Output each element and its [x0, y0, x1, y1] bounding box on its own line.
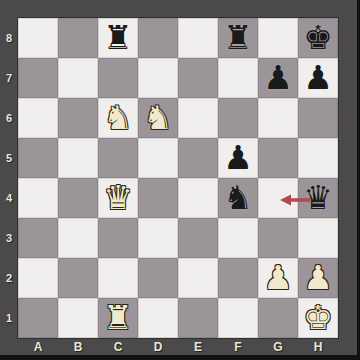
square-a3[interactable] — [18, 218, 58, 258]
white-knight[interactable]: ♞ — [138, 98, 178, 138]
white-king[interactable]: ♚ — [298, 298, 338, 338]
square-b6[interactable] — [58, 98, 98, 138]
square-f3[interactable] — [218, 218, 258, 258]
square-c4[interactable]: ♛ — [98, 178, 138, 218]
square-a5[interactable] — [18, 138, 58, 178]
file-label-g: G — [258, 338, 298, 355]
square-g4[interactable] — [258, 178, 298, 218]
square-g3[interactable] — [258, 218, 298, 258]
rank-label-1: 1 — [0, 298, 18, 338]
square-e8[interactable] — [178, 18, 218, 58]
square-b4[interactable] — [58, 178, 98, 218]
black-pawn[interactable]: ♟ — [298, 58, 338, 98]
square-c2[interactable] — [98, 258, 138, 298]
white-rook[interactable]: ♜ — [98, 298, 138, 338]
square-d1[interactable] — [138, 298, 178, 338]
square-b1[interactable] — [58, 298, 98, 338]
square-g7[interactable]: ♟ — [258, 58, 298, 98]
file-label-e: E — [178, 338, 218, 355]
square-d6[interactable]: ♞ — [138, 98, 178, 138]
black-knight[interactable]: ♞ — [218, 178, 258, 218]
white-knight[interactable]: ♞ — [98, 98, 138, 138]
square-e4[interactable] — [178, 178, 218, 218]
board-frame: 87654321 ABCDEFGH ♜♜♚♟♟♞♞♟♛♞♛♟♟♜♚ — [0, 0, 360, 360]
square-f6[interactable] — [218, 98, 258, 138]
square-h8[interactable]: ♚ — [298, 18, 338, 58]
square-g2[interactable]: ♟ — [258, 258, 298, 298]
square-a2[interactable] — [18, 258, 58, 298]
square-d5[interactable] — [138, 138, 178, 178]
square-b5[interactable] — [58, 138, 98, 178]
file-label-b: B — [58, 338, 98, 355]
file-label-d: D — [138, 338, 178, 355]
square-c1[interactable]: ♜ — [98, 298, 138, 338]
black-rook[interactable]: ♜ — [218, 18, 258, 58]
square-g1[interactable] — [258, 298, 298, 338]
white-pawn[interactable]: ♟ — [258, 258, 298, 298]
square-h2[interactable]: ♟ — [298, 258, 338, 298]
square-f2[interactable] — [218, 258, 258, 298]
file-label-f: F — [218, 338, 258, 355]
rank-label-4: 4 — [0, 178, 18, 218]
square-a7[interactable] — [18, 58, 58, 98]
black-pawn[interactable]: ♟ — [258, 58, 298, 98]
chess-app: 87654321 ABCDEFGH ♜♜♚♟♟♞♞♟♛♞♛♟♟♜♚ — [0, 0, 360, 360]
rank-label-5: 5 — [0, 138, 18, 178]
square-h3[interactable] — [298, 218, 338, 258]
square-e2[interactable] — [178, 258, 218, 298]
square-f8[interactable]: ♜ — [218, 18, 258, 58]
rank-label-7: 7 — [0, 58, 18, 98]
square-f4[interactable]: ♞ — [218, 178, 258, 218]
square-g8[interactable] — [258, 18, 298, 58]
square-b7[interactable] — [58, 58, 98, 98]
square-a1[interactable] — [18, 298, 58, 338]
square-g5[interactable] — [258, 138, 298, 178]
file-labels: ABCDEFGH — [18, 338, 338, 355]
square-d2[interactable] — [138, 258, 178, 298]
rank-label-8: 8 — [0, 18, 18, 58]
square-h6[interactable] — [298, 98, 338, 138]
square-c7[interactable] — [98, 58, 138, 98]
square-f7[interactable] — [218, 58, 258, 98]
square-h7[interactable]: ♟ — [298, 58, 338, 98]
square-h4[interactable]: ♛ — [298, 178, 338, 218]
white-queen[interactable]: ♛ — [98, 178, 138, 218]
black-king[interactable]: ♚ — [298, 18, 338, 58]
square-f5[interactable]: ♟ — [218, 138, 258, 178]
rank-label-3: 3 — [0, 218, 18, 258]
square-h5[interactable] — [298, 138, 338, 178]
square-b3[interactable] — [58, 218, 98, 258]
square-c8[interactable]: ♜ — [98, 18, 138, 58]
square-d4[interactable] — [138, 178, 178, 218]
rank-label-2: 2 — [0, 258, 18, 298]
file-label-c: C — [98, 338, 138, 355]
square-e7[interactable] — [178, 58, 218, 98]
square-c6[interactable]: ♞ — [98, 98, 138, 138]
square-e6[interactable] — [178, 98, 218, 138]
chess-board: ♜♜♚♟♟♞♞♟♛♞♛♟♟♜♚ — [18, 18, 338, 338]
rank-label-6: 6 — [0, 98, 18, 138]
file-label-h: H — [298, 338, 338, 355]
black-pawn[interactable]: ♟ — [218, 138, 258, 178]
square-a6[interactable] — [18, 98, 58, 138]
square-c5[interactable] — [98, 138, 138, 178]
square-d8[interactable] — [138, 18, 178, 58]
black-queen[interactable]: ♛ — [298, 178, 338, 218]
square-h1[interactable]: ♚ — [298, 298, 338, 338]
square-f1[interactable] — [218, 298, 258, 338]
square-e5[interactable] — [178, 138, 218, 178]
square-a4[interactable] — [18, 178, 58, 218]
square-g6[interactable] — [258, 98, 298, 138]
rank-labels: 87654321 — [0, 18, 18, 338]
square-d3[interactable] — [138, 218, 178, 258]
square-c3[interactable] — [98, 218, 138, 258]
square-e3[interactable] — [178, 218, 218, 258]
square-d7[interactable] — [138, 58, 178, 98]
square-e1[interactable] — [178, 298, 218, 338]
square-a8[interactable] — [18, 18, 58, 58]
black-rook[interactable]: ♜ — [98, 18, 138, 58]
square-b8[interactable] — [58, 18, 98, 58]
file-label-a: A — [18, 338, 58, 355]
square-b2[interactable] — [58, 258, 98, 298]
white-pawn[interactable]: ♟ — [298, 258, 338, 298]
